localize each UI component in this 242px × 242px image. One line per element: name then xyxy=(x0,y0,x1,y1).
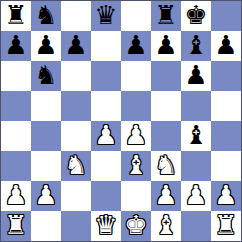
square-a2[interactable]: ♟ xyxy=(1,181,31,211)
square-b3[interactable] xyxy=(31,151,61,181)
square-c1[interactable] xyxy=(61,211,91,241)
square-h2[interactable]: ♟ xyxy=(211,181,241,211)
square-c2[interactable] xyxy=(61,181,91,211)
black-pawn[interactable]: ♟ xyxy=(64,32,87,58)
square-g5[interactable] xyxy=(181,91,211,121)
square-b6[interactable]: ♞ xyxy=(31,61,61,91)
black-rook[interactable]: ♜ xyxy=(4,2,27,28)
square-b1[interactable] xyxy=(31,211,61,241)
square-b7[interactable]: ♟ xyxy=(31,31,61,61)
square-a1[interactable]: ♜ xyxy=(1,211,31,241)
white-pawn[interactable]: ♟ xyxy=(94,122,117,148)
black-pawn[interactable]: ♟ xyxy=(124,32,147,58)
square-d2[interactable] xyxy=(91,181,121,211)
square-f1[interactable]: ♝ xyxy=(151,211,181,241)
square-h6[interactable] xyxy=(211,61,241,91)
square-c8[interactable] xyxy=(61,1,91,31)
chess-board: ♜♞♛♜♚♟♟♟♟♟♝♟♞♟♟♟♝♞♝♞♟♟♟♟♟♜♛♚♝♜ xyxy=(0,0,242,242)
square-e4[interactable]: ♟ xyxy=(121,121,151,151)
white-pawn[interactable]: ♟ xyxy=(124,122,147,148)
square-c7[interactable]: ♟ xyxy=(61,31,91,61)
black-pawn[interactable]: ♟ xyxy=(154,32,177,58)
white-bishop[interactable]: ♝ xyxy=(124,152,147,178)
white-knight[interactable]: ♞ xyxy=(64,152,87,178)
square-h8[interactable] xyxy=(211,1,241,31)
square-g6[interactable]: ♟ xyxy=(181,61,211,91)
black-bishop[interactable]: ♝ xyxy=(184,32,207,58)
square-d1[interactable]: ♛ xyxy=(91,211,121,241)
square-b2[interactable]: ♟ xyxy=(31,181,61,211)
chess-board-grid: ♜♞♛♜♚♟♟♟♟♟♝♟♞♟♟♟♝♞♝♞♟♟♟♟♟♜♛♚♝♜ xyxy=(1,1,241,241)
square-g3[interactable] xyxy=(181,151,211,181)
black-pawn[interactable]: ♟ xyxy=(34,32,57,58)
square-c6[interactable] xyxy=(61,61,91,91)
white-queen[interactable]: ♛ xyxy=(94,212,117,238)
square-f8[interactable]: ♜ xyxy=(151,1,181,31)
square-h1[interactable]: ♜ xyxy=(211,211,241,241)
square-d7[interactable] xyxy=(91,31,121,61)
square-e5[interactable] xyxy=(121,91,151,121)
white-pawn[interactable]: ♟ xyxy=(154,182,177,208)
black-knight[interactable]: ♞ xyxy=(34,2,57,28)
square-d5[interactable] xyxy=(91,91,121,121)
white-pawn[interactable]: ♟ xyxy=(34,182,57,208)
square-d3[interactable] xyxy=(91,151,121,181)
white-pawn[interactable]: ♟ xyxy=(184,182,207,208)
square-f5[interactable] xyxy=(151,91,181,121)
square-f6[interactable] xyxy=(151,61,181,91)
square-d8[interactable]: ♛ xyxy=(91,1,121,31)
black-pawn[interactable]: ♟ xyxy=(4,32,27,58)
square-e1[interactable]: ♚ xyxy=(121,211,151,241)
square-c5[interactable] xyxy=(61,91,91,121)
square-b4[interactable] xyxy=(31,121,61,151)
square-e6[interactable] xyxy=(121,61,151,91)
square-e8[interactable] xyxy=(121,1,151,31)
black-pawn[interactable]: ♟ xyxy=(184,62,207,88)
white-rook[interactable]: ♜ xyxy=(214,212,237,238)
white-pawn[interactable]: ♟ xyxy=(4,182,27,208)
square-f2[interactable]: ♟ xyxy=(151,181,181,211)
square-g7[interactable]: ♝ xyxy=(181,31,211,61)
square-f3[interactable]: ♞ xyxy=(151,151,181,181)
square-e7[interactable]: ♟ xyxy=(121,31,151,61)
white-pawn[interactable]: ♟ xyxy=(214,182,237,208)
black-knight[interactable]: ♞ xyxy=(34,62,57,88)
square-b5[interactable] xyxy=(31,91,61,121)
black-king[interactable]: ♚ xyxy=(184,2,207,28)
square-e3[interactable]: ♝ xyxy=(121,151,151,181)
square-h3[interactable] xyxy=(211,151,241,181)
square-h4[interactable] xyxy=(211,121,241,151)
square-g2[interactable]: ♟ xyxy=(181,181,211,211)
square-c3[interactable]: ♞ xyxy=(61,151,91,181)
white-bishop[interactable]: ♝ xyxy=(154,212,177,238)
square-g4[interactable]: ♝ xyxy=(181,121,211,151)
square-h7[interactable]: ♟ xyxy=(211,31,241,61)
white-knight[interactable]: ♞ xyxy=(154,152,177,178)
square-a3[interactable] xyxy=(1,151,31,181)
square-f4[interactable] xyxy=(151,121,181,151)
square-a4[interactable] xyxy=(1,121,31,151)
square-h5[interactable] xyxy=(211,91,241,121)
black-bishop[interactable]: ♝ xyxy=(184,122,207,148)
square-g1[interactable] xyxy=(181,211,211,241)
white-rook[interactable]: ♜ xyxy=(4,212,27,238)
black-rook[interactable]: ♜ xyxy=(154,2,177,28)
square-a8[interactable]: ♜ xyxy=(1,1,31,31)
square-b8[interactable]: ♞ xyxy=(31,1,61,31)
square-e2[interactable] xyxy=(121,181,151,211)
black-pawn[interactable]: ♟ xyxy=(214,32,237,58)
square-d4[interactable]: ♟ xyxy=(91,121,121,151)
square-a5[interactable] xyxy=(1,91,31,121)
square-d6[interactable] xyxy=(91,61,121,91)
white-king[interactable]: ♚ xyxy=(124,212,147,238)
square-c4[interactable] xyxy=(61,121,91,151)
square-a7[interactable]: ♟ xyxy=(1,31,31,61)
square-g8[interactable]: ♚ xyxy=(181,1,211,31)
square-f7[interactable]: ♟ xyxy=(151,31,181,61)
square-a6[interactable] xyxy=(1,61,31,91)
black-queen[interactable]: ♛ xyxy=(94,2,117,28)
